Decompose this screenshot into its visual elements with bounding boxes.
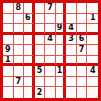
cell-r3c5[interactable] bbox=[45, 24, 56, 35]
cell-r1c3[interactable] bbox=[24, 3, 35, 14]
cell-r6c3[interactable] bbox=[24, 56, 35, 67]
cell-r1c2[interactable]: 8 bbox=[14, 3, 25, 14]
cell-r3c6[interactable]: 9 bbox=[56, 24, 67, 35]
cell-r5c8[interactable]: 7 bbox=[77, 45, 88, 56]
cell-r4c5[interactable]: 4 bbox=[45, 35, 56, 46]
cell-r6c9[interactable] bbox=[87, 56, 98, 67]
cell-r1c5[interactable]: 7 bbox=[45, 3, 56, 14]
cell-r2c7[interactable] bbox=[66, 14, 77, 25]
cell-r1c9[interactable] bbox=[87, 3, 98, 14]
cell-r8c7[interactable] bbox=[66, 77, 77, 88]
cell-r2c6[interactable] bbox=[56, 14, 67, 25]
cell-r4c8[interactable]: 6 bbox=[77, 35, 88, 46]
cell-r8c2[interactable]: 7 bbox=[14, 77, 25, 88]
cell-r3c9[interactable] bbox=[87, 24, 98, 35]
cell-r9c4[interactable]: 2 bbox=[35, 87, 46, 98]
cell-r2c8[interactable] bbox=[77, 14, 88, 25]
cell-r7c5[interactable] bbox=[45, 66, 56, 77]
cell-r8c3[interactable] bbox=[24, 77, 35, 88]
cell-r7c1[interactable] bbox=[3, 66, 14, 77]
sudoku-board: 87619443697151472 bbox=[0, 0, 101, 101]
cell-r7c3[interactable] bbox=[24, 66, 35, 77]
cell-r7c8[interactable] bbox=[77, 66, 88, 77]
cell-r9c2[interactable] bbox=[14, 87, 25, 98]
cell-r1c6[interactable] bbox=[56, 3, 67, 14]
cell-r8c1[interactable] bbox=[3, 77, 14, 88]
cell-r5c6[interactable] bbox=[56, 45, 67, 56]
cell-r9c7[interactable] bbox=[66, 87, 77, 98]
cell-r5c3[interactable] bbox=[24, 45, 35, 56]
cell-r8c9[interactable] bbox=[87, 77, 98, 88]
cell-r7c2[interactable] bbox=[14, 66, 25, 77]
cell-r7c6[interactable]: 1 bbox=[56, 66, 67, 77]
cell-r4c1[interactable] bbox=[3, 35, 14, 46]
cell-r4c9[interactable] bbox=[87, 35, 98, 46]
cell-r2c3[interactable]: 6 bbox=[24, 14, 35, 25]
cell-r4c7[interactable]: 3 bbox=[66, 35, 77, 46]
cell-r2c5[interactable] bbox=[45, 14, 56, 25]
cell-r8c6[interactable] bbox=[56, 77, 67, 88]
cell-r9c8[interactable] bbox=[77, 87, 88, 98]
cell-r9c5[interactable] bbox=[45, 87, 56, 98]
cell-r3c2[interactable] bbox=[14, 24, 25, 35]
cell-r6c8[interactable] bbox=[77, 56, 88, 67]
cell-r2c1[interactable] bbox=[3, 14, 14, 25]
cell-r8c8[interactable] bbox=[77, 77, 88, 88]
cell-r8c4[interactable] bbox=[35, 77, 46, 88]
cell-r9c3[interactable] bbox=[24, 87, 35, 98]
cell-r1c8[interactable] bbox=[77, 3, 88, 14]
cell-r4c6[interactable] bbox=[56, 35, 67, 46]
cell-r5c7[interactable] bbox=[66, 45, 77, 56]
cell-r4c2[interactable] bbox=[14, 35, 25, 46]
cell-r9c1[interactable] bbox=[3, 87, 14, 98]
cell-r8c5[interactable] bbox=[45, 77, 56, 88]
cell-r7c7[interactable] bbox=[66, 66, 77, 77]
cell-r3c3[interactable] bbox=[24, 24, 35, 35]
cell-r1c4[interactable] bbox=[35, 3, 46, 14]
cell-r2c9[interactable]: 1 bbox=[87, 14, 98, 25]
cell-r7c4[interactable]: 5 bbox=[35, 66, 46, 77]
cell-r9c6[interactable] bbox=[56, 87, 67, 98]
cell-r5c9[interactable] bbox=[87, 45, 98, 56]
cell-r9c9[interactable] bbox=[87, 87, 98, 98]
cell-r6c2[interactable] bbox=[14, 56, 25, 67]
cell-r3c8[interactable] bbox=[77, 24, 88, 35]
cell-r1c7[interactable] bbox=[66, 3, 77, 14]
cell-r6c6[interactable] bbox=[56, 56, 67, 67]
cell-r6c1[interactable]: 1 bbox=[3, 56, 14, 67]
cell-r5c1[interactable]: 9 bbox=[3, 45, 14, 56]
cell-r3c7[interactable]: 4 bbox=[66, 24, 77, 35]
cell-r5c2[interactable] bbox=[14, 45, 25, 56]
cell-r3c4[interactable] bbox=[35, 24, 46, 35]
cell-r6c5[interactable] bbox=[45, 56, 56, 67]
cell-r1c1[interactable] bbox=[3, 3, 14, 14]
cell-r4c4[interactable] bbox=[35, 35, 46, 46]
cell-r5c4[interactable] bbox=[35, 45, 46, 56]
cell-r5c5[interactable] bbox=[45, 45, 56, 56]
cell-r3c1[interactable] bbox=[3, 24, 14, 35]
cell-r2c2[interactable] bbox=[14, 14, 25, 25]
cell-r4c3[interactable] bbox=[24, 35, 35, 46]
cell-r6c7[interactable] bbox=[66, 56, 77, 67]
cell-r2c4[interactable] bbox=[35, 14, 46, 25]
cell-r7c9[interactable]: 4 bbox=[87, 66, 98, 77]
cell-r6c4[interactable] bbox=[35, 56, 46, 67]
